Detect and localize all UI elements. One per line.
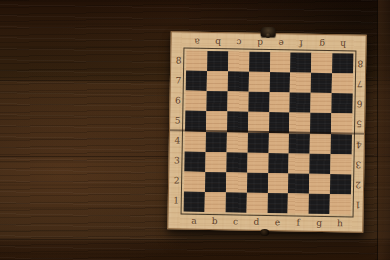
file-label-a: a xyxy=(186,35,207,49)
square-g7[interactable] xyxy=(311,73,332,93)
square-f2[interactable] xyxy=(288,173,309,193)
square-f1[interactable] xyxy=(288,193,309,213)
rank-label-4: 4 xyxy=(353,134,365,154)
square-d3[interactable] xyxy=(247,152,268,172)
rank-label-2: 2 xyxy=(352,174,364,194)
scene: abcdefgh 87654321 87654321 abcdefgh xyxy=(0,0,390,260)
metal-clasp-icon xyxy=(261,27,276,37)
square-h7[interactable] xyxy=(332,73,353,93)
square-d5[interactable] xyxy=(248,112,269,132)
rank-label-5: 5 xyxy=(353,114,365,134)
square-f8[interactable] xyxy=(290,52,311,72)
square-c4[interactable] xyxy=(226,132,247,152)
square-b5[interactable] xyxy=(206,111,227,131)
square-g3[interactable] xyxy=(310,153,331,173)
square-h6[interactable] xyxy=(331,93,352,113)
rank-label-1: 1 xyxy=(170,191,183,211)
square-h1[interactable] xyxy=(330,194,351,214)
square-e6[interactable] xyxy=(269,92,290,112)
square-g4[interactable] xyxy=(310,133,331,153)
rank-label-2: 2 xyxy=(170,171,183,191)
square-c7[interactable] xyxy=(227,71,248,91)
square-c6[interactable] xyxy=(227,92,248,112)
square-b3[interactable] xyxy=(205,152,226,172)
rank-label-4: 4 xyxy=(171,131,184,151)
rank-label-3: 3 xyxy=(352,154,364,174)
file-label-a: a xyxy=(183,213,204,229)
square-a4[interactable] xyxy=(185,131,206,151)
square-b2[interactable] xyxy=(205,172,226,192)
square-a7[interactable] xyxy=(186,71,207,91)
file-label-g: g xyxy=(312,37,333,51)
square-g6[interactable] xyxy=(311,93,332,113)
square-f5[interactable] xyxy=(289,113,310,133)
square-e8[interactable] xyxy=(270,52,291,72)
square-c5[interactable] xyxy=(227,112,248,132)
file-label-h: h xyxy=(329,215,350,231)
square-d1[interactable] xyxy=(246,193,267,213)
square-b4[interactable] xyxy=(206,131,227,151)
square-c3[interactable] xyxy=(226,152,247,172)
rank-label-8: 8 xyxy=(172,50,185,70)
rank-label-1: 1 xyxy=(352,194,364,214)
rank-label-6: 6 xyxy=(171,91,184,111)
rank-label-7: 7 xyxy=(172,70,185,90)
square-a5[interactable] xyxy=(185,111,206,131)
square-d4[interactable] xyxy=(247,132,268,152)
square-a6[interactable] xyxy=(185,91,206,111)
square-a3[interactable] xyxy=(184,151,205,171)
square-b6[interactable] xyxy=(206,91,227,111)
rank-label-5: 5 xyxy=(171,111,184,131)
square-c2[interactable] xyxy=(226,172,247,192)
square-h3[interactable] xyxy=(330,154,351,174)
square-h2[interactable] xyxy=(330,174,351,194)
square-b1[interactable] xyxy=(204,192,225,212)
square-d2[interactable] xyxy=(247,172,268,192)
square-e4[interactable] xyxy=(268,133,289,153)
file-label-c: c xyxy=(225,213,246,229)
file-label-f: f xyxy=(288,214,309,230)
chessboard: abcdefgh 87654321 87654321 abcdefgh xyxy=(167,31,366,232)
file-label-e: e xyxy=(267,214,288,230)
file-label-d: d xyxy=(246,214,267,230)
square-g2[interactable] xyxy=(309,173,330,193)
square-h5[interactable] xyxy=(331,113,352,133)
square-b8[interactable] xyxy=(207,51,228,71)
square-h8[interactable] xyxy=(332,53,353,73)
square-e3[interactable] xyxy=(268,153,289,173)
square-h4[interactable] xyxy=(331,134,352,154)
square-e1[interactable] xyxy=(267,193,288,213)
square-g1[interactable] xyxy=(309,194,330,214)
file-label-b: b xyxy=(204,213,225,229)
file-label-b: b xyxy=(207,35,228,49)
square-a8[interactable] xyxy=(186,51,207,71)
square-d8[interactable] xyxy=(249,52,270,72)
hinge-knob-icon xyxy=(260,229,269,236)
square-a2[interactable] xyxy=(184,171,205,191)
rank-label-3: 3 xyxy=(170,151,183,171)
rank-label-8: 8 xyxy=(354,54,366,74)
rank-label-7: 7 xyxy=(354,74,366,94)
square-d7[interactable] xyxy=(248,72,269,92)
square-f7[interactable] xyxy=(290,73,311,93)
file-label-c: c xyxy=(228,35,249,49)
square-c8[interactable] xyxy=(228,51,249,71)
plank-seam-vertical xyxy=(377,0,390,260)
square-g5[interactable] xyxy=(310,113,331,133)
square-b7[interactable] xyxy=(207,71,228,91)
file-label-h: h xyxy=(333,37,354,51)
file-label-f: f xyxy=(291,36,312,50)
square-f4[interactable] xyxy=(289,133,310,153)
square-e5[interactable] xyxy=(268,112,289,132)
square-f3[interactable] xyxy=(289,153,310,173)
square-f6[interactable] xyxy=(290,93,311,113)
rank-label-6: 6 xyxy=(353,94,365,114)
square-d6[interactable] xyxy=(248,92,269,112)
plank-seam xyxy=(0,239,390,241)
square-e7[interactable] xyxy=(269,72,290,92)
square-c1[interactable] xyxy=(225,192,246,212)
file-label-e: e xyxy=(270,36,291,50)
square-a1[interactable] xyxy=(184,191,205,211)
square-g8[interactable] xyxy=(311,53,332,73)
square-e2[interactable] xyxy=(267,173,288,193)
file-label-g: g xyxy=(309,215,330,231)
